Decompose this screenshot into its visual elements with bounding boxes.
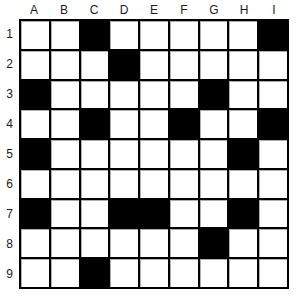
cell-D5[interactable] — [110, 140, 138, 168]
cell-F1[interactable] — [170, 21, 198, 49]
cell-H1[interactable] — [229, 21, 257, 49]
cell-B3[interactable] — [51, 81, 79, 109]
cell-B7[interactable] — [51, 200, 79, 228]
cell-C2[interactable] — [81, 51, 109, 79]
cell-C9 — [81, 259, 109, 287]
cell-A8[interactable] — [21, 229, 49, 257]
cell-D8[interactable] — [110, 229, 138, 257]
cell-D9[interactable] — [110, 259, 138, 287]
puzzle-grid-page: ABCDEFGHI 123456789 — [0, 0, 300, 300]
col-label-D: D — [109, 0, 139, 19]
cell-D3[interactable] — [110, 81, 138, 109]
cell-I1 — [259, 21, 287, 49]
cell-A5 — [21, 140, 49, 168]
row-label-9: 9 — [0, 259, 19, 289]
row-label-5: 5 — [0, 139, 19, 169]
cell-E4[interactable] — [140, 110, 168, 138]
cell-F3[interactable] — [170, 81, 198, 109]
cell-A6[interactable] — [21, 170, 49, 198]
cell-D6[interactable] — [110, 170, 138, 198]
row-label-8: 8 — [0, 229, 19, 259]
cell-H6[interactable] — [229, 170, 257, 198]
col-label-G: G — [199, 0, 229, 19]
cell-G4[interactable] — [200, 110, 228, 138]
cell-G9[interactable] — [200, 259, 228, 287]
cell-F8[interactable] — [170, 229, 198, 257]
cell-B2[interactable] — [51, 51, 79, 79]
cell-B9[interactable] — [51, 259, 79, 287]
cell-B4[interactable] — [51, 110, 79, 138]
cell-A1[interactable] — [21, 21, 49, 49]
cell-C1 — [81, 21, 109, 49]
cell-C8[interactable] — [81, 229, 109, 257]
cell-B5[interactable] — [51, 140, 79, 168]
cell-B6[interactable] — [51, 170, 79, 198]
cell-H9[interactable] — [229, 259, 257, 287]
row-label-6: 6 — [0, 169, 19, 199]
cell-F6[interactable] — [170, 170, 198, 198]
column-labels: ABCDEFGHI — [19, 0, 289, 19]
cell-F9[interactable] — [170, 259, 198, 287]
cell-H4[interactable] — [229, 110, 257, 138]
row-label-1: 1 — [0, 19, 19, 49]
row-label-2: 2 — [0, 49, 19, 79]
cell-F2[interactable] — [170, 51, 198, 79]
cell-G1[interactable] — [200, 21, 228, 49]
cell-G6[interactable] — [200, 170, 228, 198]
cell-D7 — [110, 200, 138, 228]
cell-E1[interactable] — [140, 21, 168, 49]
cell-D4[interactable] — [110, 110, 138, 138]
cell-G5[interactable] — [200, 140, 228, 168]
cell-A4[interactable] — [21, 110, 49, 138]
cell-G2[interactable] — [200, 51, 228, 79]
puzzle-board — [19, 19, 289, 289]
col-label-C: C — [79, 0, 109, 19]
cell-F5[interactable] — [170, 140, 198, 168]
cell-E7 — [140, 200, 168, 228]
cell-H2[interactable] — [229, 51, 257, 79]
cell-A3 — [21, 81, 49, 109]
cell-F4 — [170, 110, 198, 138]
cell-H7 — [229, 200, 257, 228]
col-label-A: A — [19, 0, 49, 19]
cell-E9[interactable] — [140, 259, 168, 287]
row-label-3: 3 — [0, 79, 19, 109]
cell-E2[interactable] — [140, 51, 168, 79]
cell-A7 — [21, 200, 49, 228]
col-label-B: B — [49, 0, 79, 19]
cell-A2[interactable] — [21, 51, 49, 79]
cell-C7[interactable] — [81, 200, 109, 228]
cell-I9[interactable] — [259, 259, 287, 287]
cell-G8 — [200, 229, 228, 257]
row-label-7: 7 — [0, 199, 19, 229]
cell-E8[interactable] — [140, 229, 168, 257]
row-labels: 123456789 — [0, 19, 19, 289]
cell-D2 — [110, 51, 138, 79]
cell-E6[interactable] — [140, 170, 168, 198]
col-label-E: E — [139, 0, 169, 19]
cell-H3[interactable] — [229, 81, 257, 109]
cell-C6[interactable] — [81, 170, 109, 198]
cell-G7[interactable] — [200, 200, 228, 228]
col-label-F: F — [169, 0, 199, 19]
cell-B8[interactable] — [51, 229, 79, 257]
cell-I7[interactable] — [259, 200, 287, 228]
cell-D1[interactable] — [110, 21, 138, 49]
cell-E3[interactable] — [140, 81, 168, 109]
cell-E5[interactable] — [140, 140, 168, 168]
cell-I8[interactable] — [259, 229, 287, 257]
cell-H8[interactable] — [229, 229, 257, 257]
col-label-I: I — [259, 0, 289, 19]
cell-G3 — [200, 81, 228, 109]
cell-I3[interactable] — [259, 81, 287, 109]
col-label-H: H — [229, 0, 259, 19]
cell-A9[interactable] — [21, 259, 49, 287]
cell-C5[interactable] — [81, 140, 109, 168]
cell-I6[interactable] — [259, 170, 287, 198]
cell-B1[interactable] — [51, 21, 79, 49]
cell-C4 — [81, 110, 109, 138]
cell-F7[interactable] — [170, 200, 198, 228]
cell-H5 — [229, 140, 257, 168]
cell-I5[interactable] — [259, 140, 287, 168]
cell-I4 — [259, 110, 287, 138]
cell-C3[interactable] — [81, 81, 109, 109]
row-label-4: 4 — [0, 109, 19, 139]
cell-I2[interactable] — [259, 51, 287, 79]
